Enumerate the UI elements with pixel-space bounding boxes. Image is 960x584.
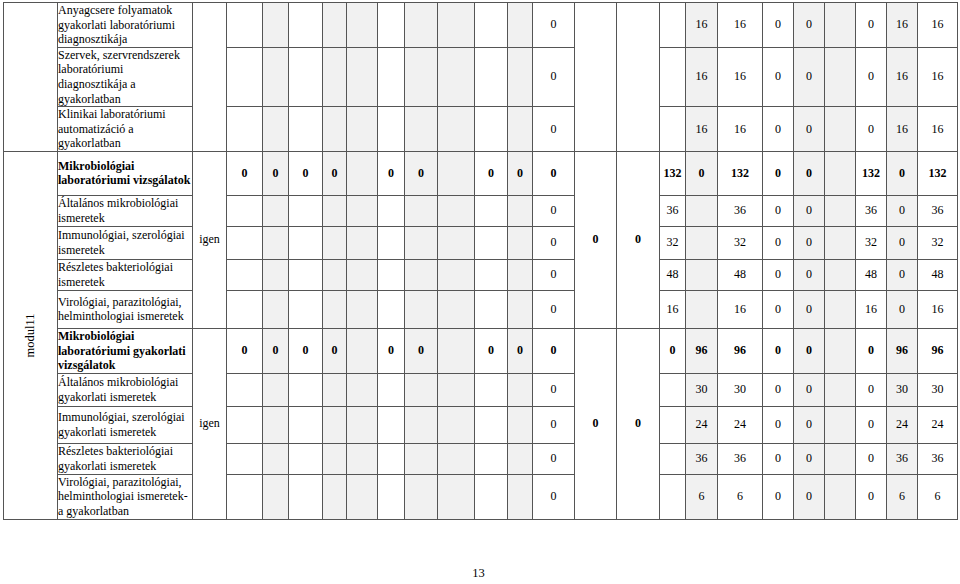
hours-cell: 0 <box>475 328 508 373</box>
hours-cell: 0 <box>323 328 347 373</box>
table-row: Részletes bakteriológiai gyakorlati isme… <box>4 443 958 474</box>
hours-cell: 0 <box>887 259 918 290</box>
row-label: Mikrobiológiai laboratóriumi gyakorlati … <box>58 328 193 373</box>
hours-cell: 24 <box>686 406 718 443</box>
table-row: Részletes bakteriológiai ismeretek048480… <box>4 259 958 290</box>
hours-cell: 0 <box>763 226 794 259</box>
hours-cell <box>347 328 378 373</box>
hours-cell: 0 <box>856 3 887 48</box>
hours-cell <box>475 259 508 290</box>
hours-cell: 0 <box>763 47 794 106</box>
hours-cell <box>686 195 718 226</box>
hours-cell: 0 <box>533 406 575 443</box>
hours-cell: 132 <box>660 151 686 195</box>
hours-cell <box>825 443 856 474</box>
hours-cell <box>347 373 378 406</box>
hours-cell <box>227 3 263 48</box>
yes-cell-empty <box>193 3 227 152</box>
hours-cell: 0 <box>533 474 575 519</box>
hours-cell <box>227 107 263 152</box>
hours-cell <box>263 259 289 290</box>
table-row: modul11Mikrobiológiai laboratóriumi vizs… <box>4 151 958 195</box>
hours-cell: 36 <box>660 195 686 226</box>
hours-cell <box>323 195 347 226</box>
hours-cell: 0 <box>794 373 825 406</box>
hours-cell <box>347 406 378 443</box>
row-label: Részletes bakteriológiai ismeretek <box>58 259 193 290</box>
hours-cell: 48 <box>856 259 887 290</box>
hours-cell <box>347 443 378 474</box>
hours-cell: 132 <box>718 151 763 195</box>
hours-cell <box>289 259 323 290</box>
hours-cell <box>475 474 508 519</box>
hours-cell <box>825 226 856 259</box>
hours-cell: 0 <box>378 328 405 373</box>
hours-cell <box>508 226 533 259</box>
hours-cell: 0 <box>856 406 887 443</box>
hours-cell: 0 <box>263 151 289 195</box>
hours-cell <box>347 259 378 290</box>
hours-cell <box>825 107 856 152</box>
hours-cell <box>227 226 263 259</box>
hours-cell <box>508 406 533 443</box>
table-row: Általános mikrobiológiai ismeretek036360… <box>4 195 958 226</box>
table-row: Virológiai, parazitológiai, helmintholog… <box>4 474 958 519</box>
hours-cell <box>347 107 378 152</box>
table-row: Mikrobiológiai laboratóriumi gyakorlati … <box>4 328 958 373</box>
hours-cell: 0 <box>856 474 887 519</box>
hours-cell: 0 <box>856 47 887 106</box>
hours-cell: 0 <box>533 290 575 328</box>
hours-cell: 132 <box>856 151 887 195</box>
hours-cell <box>475 107 508 152</box>
hours-cell <box>825 290 856 328</box>
hours-cell: 0 <box>763 151 794 195</box>
hours-cell: 0 <box>794 406 825 443</box>
hours-cell <box>438 474 475 519</box>
hours-cell: 0 <box>887 151 918 195</box>
hours-cell: 48 <box>918 259 958 290</box>
hours-cell: 0 <box>887 290 918 328</box>
merged-zero-cell: 0 <box>617 328 660 519</box>
hours-cell: 0 <box>533 195 575 226</box>
table-row: Általános mikrobiológiai gyakorlati isme… <box>4 373 958 406</box>
hours-cell <box>378 474 405 519</box>
hours-cell: 6 <box>686 474 718 519</box>
hours-cell <box>475 3 508 48</box>
hours-cell <box>347 3 378 48</box>
hours-cell <box>323 474 347 519</box>
hours-cell <box>323 259 347 290</box>
hours-cell <box>289 290 323 328</box>
hours-cell <box>405 373 438 406</box>
hours-cell: 32 <box>918 226 958 259</box>
hours-cell <box>660 107 686 152</box>
module-label: modul11 <box>23 313 38 357</box>
hours-cell: 0 <box>686 151 718 195</box>
hours-cell <box>508 259 533 290</box>
hours-cell: 0 <box>533 259 575 290</box>
hours-cell <box>347 195 378 226</box>
hours-cell <box>508 373 533 406</box>
hours-cell: 16 <box>718 290 763 328</box>
hours-cell: 36 <box>918 443 958 474</box>
hours-cell: 0 <box>856 328 887 373</box>
hours-cell: 0 <box>887 195 918 226</box>
row-label: Immunológiai, szerológiai ismeretek <box>58 226 193 259</box>
hours-cell <box>227 259 263 290</box>
hours-cell: 30 <box>887 373 918 406</box>
hours-cell: 0 <box>794 328 825 373</box>
hours-cell: 0 <box>533 373 575 406</box>
hours-cell: 24 <box>918 406 958 443</box>
merged-zero-cell: 0 <box>617 151 660 328</box>
table-row: Klinikai laboratóriumi automatizáció a g… <box>4 107 958 152</box>
hours-cell <box>686 259 718 290</box>
hours-cell <box>825 328 856 373</box>
hours-cell <box>508 107 533 152</box>
hours-cell: 0 <box>794 259 825 290</box>
hours-cell <box>347 47 378 106</box>
table-row: Immunológiai, szerológiai ismeretek03232… <box>4 226 958 259</box>
row-label: Mikrobiológiai laboratóriumi vizsgálatok <box>58 151 193 195</box>
hours-cell <box>289 3 323 48</box>
hours-cell <box>405 290 438 328</box>
hours-cell <box>289 373 323 406</box>
hours-cell <box>263 290 289 328</box>
hours-cell <box>378 290 405 328</box>
hours-cell <box>438 373 475 406</box>
hours-cell: 0 <box>263 328 289 373</box>
hours-cell <box>508 47 533 106</box>
hours-cell: 32 <box>718 226 763 259</box>
hours-cell <box>263 195 289 226</box>
hours-cell: 0 <box>763 373 794 406</box>
row-label: Immunológiai, szerológiai gyakorlati ism… <box>58 406 193 443</box>
hours-cell: 16 <box>718 107 763 152</box>
document-page: Anyagcsere folyamatok gyakorlati laborat… <box>0 0 960 584</box>
hours-cell <box>263 373 289 406</box>
hours-cell <box>825 474 856 519</box>
hours-cell: 0 <box>533 226 575 259</box>
hours-cell: 24 <box>718 406 763 443</box>
hours-cell <box>227 195 263 226</box>
hours-cell <box>825 151 856 195</box>
hours-cell: 0 <box>763 107 794 152</box>
yes-cell: igen <box>193 328 227 519</box>
hours-cell: 0 <box>405 328 438 373</box>
hours-cell: 0 <box>794 47 825 106</box>
hours-cell: 0 <box>405 151 438 195</box>
hours-cell <box>263 107 289 152</box>
merged-zero-cell: 0 <box>575 151 617 328</box>
hours-cell: 16 <box>856 290 887 328</box>
hours-cell <box>263 3 289 48</box>
hours-cell <box>263 443 289 474</box>
hours-cell <box>289 47 323 106</box>
row-label: Virológiai, parazitológiai, helmintholog… <box>58 474 193 519</box>
hours-cell <box>227 474 263 519</box>
hours-cell: 0 <box>763 406 794 443</box>
hours-cell: 16 <box>887 107 918 152</box>
hours-cell: 0 <box>763 3 794 48</box>
hours-cell: 96 <box>718 328 763 373</box>
hours-cell <box>508 474 533 519</box>
hours-cell: 0 <box>794 290 825 328</box>
merged-zero-cell-empty <box>575 3 617 152</box>
hours-cell: 0 <box>533 443 575 474</box>
hours-cell <box>289 107 323 152</box>
hours-cell <box>438 226 475 259</box>
hours-cell <box>686 290 718 328</box>
hours-cell <box>405 107 438 152</box>
row-label: Általános mikrobiológiai gyakorlati isme… <box>58 373 193 406</box>
hours-cell: 0 <box>508 328 533 373</box>
hours-cell <box>660 474 686 519</box>
hours-cell: 24 <box>887 406 918 443</box>
hours-cell <box>323 47 347 106</box>
hours-cell <box>378 406 405 443</box>
hours-cell <box>347 151 378 195</box>
hours-cell <box>660 443 686 474</box>
hours-cell: 0 <box>794 3 825 48</box>
hours-cell <box>825 259 856 290</box>
hours-cell: 6 <box>887 474 918 519</box>
hours-cell: 36 <box>918 195 958 226</box>
hours-cell: 6 <box>918 474 958 519</box>
hours-cell <box>323 290 347 328</box>
hours-cell <box>378 259 405 290</box>
hours-cell: 36 <box>856 195 887 226</box>
hours-cell <box>405 3 438 48</box>
hours-cell <box>825 3 856 48</box>
hours-cell <box>475 47 508 106</box>
hours-cell <box>438 259 475 290</box>
row-label: Klinikai laboratóriumi automatizáció a g… <box>58 107 193 152</box>
hours-cell <box>508 3 533 48</box>
hours-cell: 16 <box>686 107 718 152</box>
hours-cell: 32 <box>660 226 686 259</box>
hours-cell: 36 <box>718 195 763 226</box>
hours-cell: 0 <box>227 151 263 195</box>
hours-cell <box>508 443 533 474</box>
hours-cell <box>289 474 323 519</box>
hours-cell: 30 <box>718 373 763 406</box>
hours-cell <box>378 443 405 474</box>
hours-cell <box>323 226 347 259</box>
merged-zero-cell: 0 <box>575 328 617 519</box>
table-row: Szervek, szervrendszerek laboratóriumi d… <box>4 47 958 106</box>
hours-cell <box>227 443 263 474</box>
hours-cell <box>227 47 263 106</box>
hours-cell: 0 <box>763 474 794 519</box>
hours-cell <box>289 226 323 259</box>
row-label: Virológiai, parazitológiai, helmintholog… <box>58 290 193 328</box>
hours-cell: 0 <box>887 226 918 259</box>
hours-cell: 16 <box>918 47 958 106</box>
hours-cell <box>378 373 405 406</box>
hours-cell <box>438 47 475 106</box>
hours-cell: 16 <box>887 3 918 48</box>
table-row: Anyagcsere folyamatok gyakorlati laborat… <box>4 3 958 48</box>
module-cell-empty <box>4 3 58 152</box>
hours-cell: 96 <box>887 328 918 373</box>
hours-cell: 0 <box>323 151 347 195</box>
hours-cell <box>405 195 438 226</box>
hours-cell: 0 <box>794 195 825 226</box>
hours-cell <box>347 290 378 328</box>
hours-cell: 0 <box>508 151 533 195</box>
hours-cell <box>263 47 289 106</box>
hours-cell <box>438 443 475 474</box>
hours-cell <box>405 443 438 474</box>
hours-cell: 0 <box>289 151 323 195</box>
hours-cell: 16 <box>686 47 718 106</box>
hours-cell <box>438 406 475 443</box>
hours-cell: 0 <box>533 328 575 373</box>
hours-cell <box>378 47 405 106</box>
hours-cell <box>263 226 289 259</box>
hours-cell: 36 <box>718 443 763 474</box>
hours-cell: 16 <box>718 3 763 48</box>
hours-cell <box>438 195 475 226</box>
hours-cell <box>227 373 263 406</box>
hours-cell <box>289 195 323 226</box>
hours-cell: 96 <box>918 328 958 373</box>
hours-cell: 132 <box>918 151 958 195</box>
module-label-cell: modul11 <box>4 151 58 519</box>
hours-cell <box>660 3 686 48</box>
hours-cell: 16 <box>918 3 958 48</box>
hours-cell <box>660 373 686 406</box>
hours-cell: 96 <box>686 328 718 373</box>
hours-cell <box>405 406 438 443</box>
hours-cell: 0 <box>856 373 887 406</box>
hours-cell: 0 <box>533 3 575 48</box>
hours-cell <box>378 226 405 259</box>
hours-cell: 0 <box>794 474 825 519</box>
hours-cell: 0 <box>227 328 263 373</box>
hours-cell <box>289 443 323 474</box>
hours-cell <box>825 195 856 226</box>
hours-cell: 0 <box>475 151 508 195</box>
row-label: Szervek, szervrendszerek laboratóriumi d… <box>58 47 193 106</box>
hours-cell: 16 <box>718 47 763 106</box>
hours-cell: 36 <box>686 443 718 474</box>
hours-cell <box>378 195 405 226</box>
hours-cell <box>475 443 508 474</box>
hours-cell: 30 <box>918 373 958 406</box>
hours-cell <box>405 259 438 290</box>
hours-cell: 16 <box>918 290 958 328</box>
hours-cell <box>263 474 289 519</box>
hours-cell <box>323 107 347 152</box>
row-label: Általános mikrobiológiai ismeretek <box>58 195 193 226</box>
hours-cell <box>323 373 347 406</box>
hours-cell <box>475 290 508 328</box>
hours-cell <box>227 290 263 328</box>
hours-cell <box>378 107 405 152</box>
hours-cell <box>323 3 347 48</box>
hours-cell <box>825 406 856 443</box>
hours-cell: 16 <box>918 107 958 152</box>
hours-cell: 16 <box>686 3 718 48</box>
hours-cell <box>508 290 533 328</box>
hours-cell <box>405 226 438 259</box>
hours-cell <box>438 328 475 373</box>
hours-cell <box>378 3 405 48</box>
hours-cell <box>825 47 856 106</box>
hours-cell: 0 <box>378 151 405 195</box>
merged-zero-cell-empty <box>617 3 660 152</box>
table-row: Virológiai, parazitológiai, helmintholog… <box>4 290 958 328</box>
hours-cell <box>438 290 475 328</box>
hours-cell <box>660 47 686 106</box>
curriculum-hours-table: Anyagcsere folyamatok gyakorlati laborat… <box>3 2 958 520</box>
hours-cell <box>660 406 686 443</box>
hours-cell: 0 <box>660 328 686 373</box>
hours-cell <box>405 474 438 519</box>
hours-cell: 6 <box>718 474 763 519</box>
hours-cell: 30 <box>686 373 718 406</box>
hours-cell: 0 <box>794 443 825 474</box>
hours-cell: 0 <box>763 290 794 328</box>
hours-cell <box>686 226 718 259</box>
hours-cell: 0 <box>794 151 825 195</box>
yes-cell: igen <box>193 151 227 328</box>
hours-cell: 36 <box>887 443 918 474</box>
hours-cell <box>475 226 508 259</box>
hours-cell <box>347 226 378 259</box>
hours-cell: 0 <box>533 107 575 152</box>
hours-cell: 0 <box>856 443 887 474</box>
hours-cell: 0 <box>763 443 794 474</box>
hours-cell: 0 <box>794 226 825 259</box>
hours-cell <box>475 195 508 226</box>
hours-cell <box>475 406 508 443</box>
hours-cell <box>475 373 508 406</box>
row-label: Részletes bakteriológiai gyakorlati isme… <box>58 443 193 474</box>
hours-cell: 48 <box>660 259 686 290</box>
hours-cell <box>438 107 475 152</box>
hours-cell <box>438 151 475 195</box>
hours-cell <box>347 474 378 519</box>
hours-cell: 0 <box>763 195 794 226</box>
hours-cell: 48 <box>718 259 763 290</box>
hours-cell <box>263 406 289 443</box>
hours-cell <box>508 195 533 226</box>
hours-cell: 0 <box>856 107 887 152</box>
hours-cell <box>405 47 438 106</box>
hours-cell: 16 <box>887 47 918 106</box>
page-number: 13 <box>0 566 957 581</box>
hours-cell: 0 <box>794 107 825 152</box>
hours-cell: 0 <box>533 151 575 195</box>
table-row: Immunológiai, szerológiai gyakorlati ism… <box>4 406 958 443</box>
hours-cell <box>825 373 856 406</box>
hours-cell: 0 <box>533 47 575 106</box>
hours-cell <box>289 406 323 443</box>
hours-cell <box>323 443 347 474</box>
hours-cell: 0 <box>289 328 323 373</box>
hours-cell: 16 <box>660 290 686 328</box>
hours-cell: 0 <box>763 259 794 290</box>
row-label: Anyagcsere folyamatok gyakorlati laborat… <box>58 3 193 48</box>
hours-cell: 32 <box>856 226 887 259</box>
hours-cell: 0 <box>763 328 794 373</box>
hours-cell <box>438 3 475 48</box>
hours-cell <box>227 406 263 443</box>
